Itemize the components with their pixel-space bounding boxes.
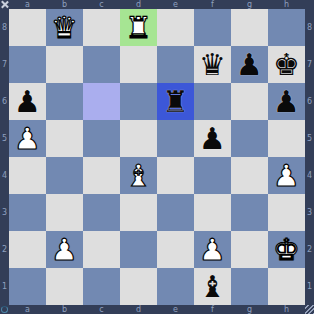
square-f6[interactable] — [194, 83, 231, 120]
square-c8[interactable] — [83, 9, 120, 46]
square-c1[interactable] — [83, 268, 120, 305]
rank-label-3: 3 — [305, 194, 314, 231]
square-h3[interactable] — [268, 194, 305, 231]
square-h8[interactable] — [268, 9, 305, 46]
square-g3[interactable] — [231, 194, 268, 231]
file-labels-top: abcdefgh — [9, 0, 305, 9]
rank-label-2: 2 — [305, 231, 314, 268]
resize-handle-icon[interactable] — [305, 305, 314, 314]
square-c3[interactable] — [83, 194, 120, 231]
rank-labels-left: 87654321 — [0, 9, 9, 305]
file-label-f: f — [194, 305, 231, 314]
square-e3[interactable] — [157, 194, 194, 231]
piece-white-pawn-a5[interactable]: ♟ — [9, 120, 46, 157]
file-label-c: c — [83, 305, 120, 314]
square-e4[interactable] — [157, 157, 194, 194]
piece-white-pawn-f2[interactable]: ♟ — [194, 231, 231, 268]
square-h2[interactable]: ♚ — [268, 231, 305, 268]
square-d1[interactable] — [120, 268, 157, 305]
square-a6[interactable]: ♟ — [9, 83, 46, 120]
piece-black-rook-e6[interactable]: ♜ — [157, 83, 194, 120]
piece-black-pawn-a6[interactable]: ♟ — [9, 83, 46, 120]
square-a5[interactable]: ♟ — [9, 120, 46, 157]
square-b1[interactable] — [46, 268, 83, 305]
square-b5[interactable] — [46, 120, 83, 157]
file-label-f: f — [194, 0, 231, 9]
square-a3[interactable] — [9, 194, 46, 231]
rank-label-2: 2 — [0, 231, 9, 268]
square-b8[interactable]: ♛ — [46, 9, 83, 46]
rank-label-6: 6 — [305, 83, 314, 120]
square-f3[interactable] — [194, 194, 231, 231]
square-h6[interactable]: ♟ — [268, 83, 305, 120]
square-a4[interactable] — [9, 157, 46, 194]
piece-white-bishop-d4[interactable]: ♝ — [120, 157, 157, 194]
piece-black-pawn-f5[interactable]: ♟ — [194, 120, 231, 157]
rank-label-1: 1 — [305, 268, 314, 305]
rank-label-4: 4 — [305, 157, 314, 194]
chess-board: ♛♜♛♟♚♟♜♟♟♟♝♟♟♟♚♝ — [9, 9, 305, 305]
rank-label-8: 8 — [0, 9, 9, 46]
file-label-d: d — [120, 305, 157, 314]
file-label-b: b — [46, 0, 83, 9]
rank-label-6: 6 — [0, 83, 9, 120]
square-b3[interactable] — [46, 194, 83, 231]
file-label-b: b — [46, 305, 83, 314]
square-g1[interactable] — [231, 268, 268, 305]
rank-label-7: 7 — [305, 46, 314, 83]
piece-black-queen-f7[interactable]: ♛ — [194, 46, 231, 83]
square-d4[interactable]: ♝ — [120, 157, 157, 194]
square-c4[interactable] — [83, 157, 120, 194]
piece-black-pawn-g7[interactable]: ♟ — [231, 46, 268, 83]
square-g5[interactable] — [231, 120, 268, 157]
rank-label-7: 7 — [0, 46, 9, 83]
board-tools-icon[interactable] — [0, 0, 9, 9]
file-label-h: h — [268, 305, 305, 314]
piece-white-rook-d8[interactable]: ♜ — [120, 9, 157, 46]
circular-arrow — [1, 306, 8, 313]
square-g2[interactable] — [231, 231, 268, 268]
piece-white-queen-b8[interactable]: ♛ — [46, 9, 83, 46]
file-label-a: a — [9, 0, 46, 9]
square-h1[interactable] — [268, 268, 305, 305]
file-label-g: g — [231, 305, 268, 314]
piece-black-pawn-h6[interactable]: ♟ — [268, 83, 305, 120]
file-label-h: h — [268, 0, 305, 9]
square-e8[interactable] — [157, 9, 194, 46]
square-f4[interactable] — [194, 157, 231, 194]
rank-label-8: 8 — [305, 9, 314, 46]
square-h7[interactable]: ♚ — [268, 46, 305, 83]
square-e2[interactable] — [157, 231, 194, 268]
file-label-e: e — [157, 0, 194, 9]
chess-board-frame: abcdefgh abcdefgh 87654321 87654321 ♛♜♛♟… — [0, 0, 314, 314]
square-d8[interactable]: ♜ — [120, 9, 157, 46]
square-a2[interactable] — [9, 231, 46, 268]
piece-black-bishop-f1[interactable]: ♝ — [194, 268, 231, 305]
square-b2[interactable]: ♟ — [46, 231, 83, 268]
square-c2[interactable] — [83, 231, 120, 268]
square-e5[interactable] — [157, 120, 194, 157]
square-f2[interactable]: ♟ — [194, 231, 231, 268]
piece-black-king-h7[interactable]: ♚ — [268, 46, 305, 83]
rank-label-5: 5 — [0, 120, 9, 157]
square-g8[interactable] — [231, 9, 268, 46]
piece-white-pawn-h4[interactable]: ♟ — [268, 157, 305, 194]
rank-label-1: 1 — [0, 268, 9, 305]
file-label-c: c — [83, 0, 120, 9]
square-a1[interactable] — [9, 268, 46, 305]
square-b7[interactable] — [46, 46, 83, 83]
file-label-d: d — [120, 0, 157, 9]
square-d2[interactable] — [120, 231, 157, 268]
square-d3[interactable] — [120, 194, 157, 231]
rank-label-5: 5 — [305, 120, 314, 157]
square-f8[interactable] — [194, 9, 231, 46]
square-a7[interactable] — [9, 46, 46, 83]
rank-labels-right: 87654321 — [305, 9, 314, 305]
piece-white-king-h2[interactable]: ♚ — [268, 231, 305, 268]
square-d5[interactable] — [120, 120, 157, 157]
square-e7[interactable] — [157, 46, 194, 83]
square-g4[interactable] — [231, 157, 268, 194]
square-c7[interactable] — [83, 46, 120, 83]
square-d6[interactable] — [120, 83, 157, 120]
square-g6[interactable] — [231, 83, 268, 120]
square-a8[interactable] — [9, 9, 46, 46]
rank-label-4: 4 — [0, 157, 9, 194]
file-label-a: a — [9, 305, 46, 314]
rank-label-3: 3 — [0, 194, 9, 231]
square-b4[interactable] — [46, 157, 83, 194]
square-f5[interactable]: ♟ — [194, 120, 231, 157]
square-c5[interactable] — [83, 120, 120, 157]
file-labels-bottom: abcdefgh — [9, 305, 305, 314]
square-e1[interactable] — [157, 268, 194, 305]
square-h4[interactable]: ♟ — [268, 157, 305, 194]
square-f7[interactable]: ♛ — [194, 46, 231, 83]
file-label-g: g — [231, 0, 268, 9]
square-g7[interactable]: ♟ — [231, 46, 268, 83]
square-f1[interactable]: ♝ — [194, 268, 231, 305]
file-label-e: e — [157, 305, 194, 314]
square-h5[interactable] — [268, 120, 305, 157]
piece-white-pawn-b2[interactable]: ♟ — [46, 231, 83, 268]
flip-board-icon[interactable] — [0, 305, 9, 314]
square-c6[interactable] — [83, 83, 120, 120]
square-e6[interactable]: ♜ — [157, 83, 194, 120]
square-d7[interactable] — [120, 46, 157, 83]
square-b6[interactable] — [46, 83, 83, 120]
